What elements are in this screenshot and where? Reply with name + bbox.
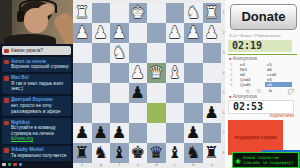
black-bishop[interactable]: ♝ <box>110 143 129 163</box>
square-b2[interactable]: ♟ <box>184 23 203 43</box>
black-king[interactable]: ♚ <box>129 143 148 163</box>
chat-toolbar-icon[interactable] <box>19 163 23 167</box>
chat-toolbar[interactable] <box>0 161 75 168</box>
square-c7[interactable] <box>166 123 185 143</box>
white-pawn[interactable]: ♟ <box>73 23 92 43</box>
left-column: Камон украла?Ангел за окномВоронин хорош… <box>0 0 73 168</box>
black-rook[interactable]: ♜ <box>203 143 222 163</box>
square-c2[interactable]: ♟ <box>166 23 185 43</box>
chat-panel[interactable]: Камон украла?Ангел за окномВоронин хорош… <box>0 44 73 162</box>
square-d3[interactable] <box>147 43 166 63</box>
square-a1[interactable]: ♜ <box>203 3 222 23</box>
square-b3[interactable] <box>184 43 203 63</box>
white-move[interactable]: Qxd6 <box>238 82 265 87</box>
white-knight[interactable]: ♞ <box>110 43 129 63</box>
chat-text: Вступайте в команду стримера на личесе l… <box>11 125 69 142</box>
square-h3[interactable] <box>73 43 92 63</box>
square-d1[interactable] <box>147 3 166 23</box>
square-e3[interactable] <box>129 43 148 63</box>
chat-text: нет, просто не хочу разговаривать в эфир… <box>11 103 69 114</box>
top-player-name[interactable]: ● Anonymous <box>229 56 257 61</box>
white-knight[interactable]: ♞ <box>184 3 203 23</box>
square-g8[interactable]: ♞ <box>92 143 111 163</box>
square-a3[interactable] <box>203 43 222 63</box>
square-e7[interactable] <box>129 123 148 143</box>
bottom-player-label: Anonymous <box>233 94 257 99</box>
board-area: ♜♚♞♜♟♟♟♟♟♟♞♟♛♝♟♟♟♟♟♟♜♞♝♚♛♝♞♜ 12345678 hg… <box>73 0 225 168</box>
white-queen[interactable]: ♛ <box>147 63 166 83</box>
square-a6[interactable]: ♟ <box>203 103 222 123</box>
black-knight[interactable]: ♞ <box>92 143 111 163</box>
black-pawn[interactable]: ♟ <box>184 123 203 143</box>
file-label-g: g <box>92 163 111 168</box>
file-label-a: a <box>203 163 222 168</box>
draw-offer-icon[interactable]: ½ <box>257 88 268 94</box>
black-pawn[interactable]: ♟ <box>203 103 222 123</box>
square-f6[interactable] <box>110 103 129 123</box>
stream-screen: Камон украла?Ангел за окномВоронин хорош… <box>0 0 300 168</box>
square-g3[interactable] <box>92 43 111 63</box>
square-a4[interactable] <box>203 63 222 83</box>
white-pawn[interactable]: ♟ <box>110 23 129 43</box>
square-b7[interactable]: ♟ <box>184 123 203 143</box>
file-label-c: c <box>166 163 185 168</box>
black-bishop[interactable]: ♝ <box>166 143 185 163</box>
game-info-text: 3+0 • Блиц • Рейтинговая <box>229 33 280 38</box>
square-d6[interactable] <box>147 103 166 123</box>
player-status-icon: ● <box>229 94 232 99</box>
chat-message: Max BolЯ так и знал ладью взял зевс:) <box>2 74 71 94</box>
white-pawn[interactable]: ♟ <box>92 23 111 43</box>
square-b4[interactable] <box>184 63 203 83</box>
subscribers-link[interactable]: подписчики <box>270 113 294 118</box>
square-h7[interactable]: ♟ <box>73 123 92 143</box>
square-a2[interactable]: ♟ <box>203 23 222 43</box>
headphones-earcup <box>17 11 24 22</box>
square-b8[interactable]: ♞ <box>184 143 203 163</box>
black-queen[interactable]: ♛ <box>147 143 166 163</box>
alert-subtitle: спасибо за поддержку! <box>243 160 294 165</box>
square-g4[interactable] <box>92 63 111 83</box>
square-e6[interactable] <box>129 103 148 123</box>
square-h6[interactable] <box>73 103 92 123</box>
chat-message: Arkadiy MerkelТа нормально получается <box>2 146 71 161</box>
chat-text: Я так и знал ладью взял зевс:) <box>11 81 69 92</box>
square-d7[interactable] <box>147 123 166 143</box>
square-c1[interactable] <box>166 3 185 23</box>
bottom-player-clock: 02:53 <box>228 100 294 114</box>
chess-board[interactable]: ♜♚♞♜♟♟♟♟♟♟♞♟♛♝♟♟♟♟♟♟♜♞♝♚♛♝♞♜ <box>73 3 221 163</box>
square-d2[interactable] <box>147 23 166 43</box>
chat-avatar-icon <box>4 148 9 153</box>
square-e2[interactable] <box>129 23 148 43</box>
white-bishop[interactable]: ♝ <box>166 63 185 83</box>
square-h4[interactable] <box>73 63 92 83</box>
webcam-video <box>0 0 73 44</box>
square-g1[interactable] <box>92 3 111 23</box>
square-d5[interactable] <box>147 83 166 103</box>
move-number: 5 <box>228 82 238 87</box>
black-knight[interactable]: ♞ <box>184 143 203 163</box>
file-label-b: b <box>184 163 203 168</box>
square-e1[interactable]: ♚ <box>129 3 148 23</box>
square-c3[interactable] <box>166 43 185 63</box>
donation-banner-text: поддержка стрима <box>234 135 276 140</box>
mouse-cursor-icon: ◤ <box>289 88 294 96</box>
chat-message: NightbotВступайте в команду стримера на … <box>2 118 71 144</box>
white-king[interactable]: ♚ <box>129 3 148 23</box>
square-g2[interactable]: ♟ <box>92 23 111 43</box>
square-c6[interactable] <box>166 103 185 123</box>
square-a7[interactable] <box>203 123 222 143</box>
alert-icon: ◉ <box>235 157 241 164</box>
right-panel: Donate 3+0 • Блиц • Рейтинговая 02:19 ● … <box>225 0 300 168</box>
streamer-torso <box>4 34 56 44</box>
active-clock-bar <box>228 54 297 56</box>
square-e8[interactable]: ♚ <box>129 143 148 163</box>
square-h2[interactable]: ♟ <box>73 23 92 43</box>
chat-toolbar-icon[interactable] <box>2 163 6 167</box>
square-h5[interactable] <box>73 83 92 103</box>
square-f3[interactable]: ♞ <box>110 43 129 63</box>
square-h1[interactable]: ♜ <box>73 3 92 23</box>
white-pawn[interactable]: ♟ <box>184 23 203 43</box>
player-status-icon: ● <box>229 56 232 61</box>
top-player-label: Anonymous <box>233 56 257 61</box>
file-coordinates: hgfedcba <box>73 163 221 168</box>
square-f7[interactable]: ♟ <box>110 123 129 143</box>
file-label-f: f <box>110 163 129 168</box>
chat-avatar-icon <box>4 60 9 65</box>
chat-text: Камон украла? <box>11 48 69 54</box>
black-pawn[interactable]: ♟ <box>92 123 111 143</box>
chat-text: Та нормально получается <box>11 153 69 159</box>
square-d4[interactable]: ♛ <box>147 63 166 83</box>
white-rook[interactable]: ♜ <box>203 3 222 23</box>
file-label-e: e <box>129 163 148 168</box>
move-list[interactable]: 1e4c52Nf3d63d4cxd44Qxd4e55Qxd6a6 <box>228 62 297 87</box>
chat-toolbar-icon[interactable] <box>13 163 17 167</box>
file-label-d: d <box>147 163 166 168</box>
top-player-clock: 02:19 <box>228 40 292 52</box>
square-g7[interactable]: ♟ <box>92 123 111 143</box>
black-pawn[interactable]: ♟ <box>110 123 129 143</box>
square-h8[interactable]: ♜ <box>73 143 92 163</box>
black-rook[interactable]: ♜ <box>73 143 92 163</box>
square-f1[interactable] <box>110 3 129 23</box>
square-c8[interactable]: ♝ <box>166 143 185 163</box>
chat-avatar-icon <box>4 49 9 54</box>
square-c5[interactable] <box>166 83 185 103</box>
white-pawn[interactable]: ♟ <box>166 23 185 43</box>
square-e5[interactable]: ♟ <box>129 83 148 103</box>
chat-avatar-icon <box>4 121 9 126</box>
black-pawn[interactable]: ♟ <box>129 83 148 103</box>
chat-avatar-icon <box>4 76 9 81</box>
square-g5[interactable] <box>92 83 111 103</box>
chat-message: Камон украла? <box>2 46 71 55</box>
donate-button[interactable]: Donate <box>230 4 297 30</box>
square-a8[interactable]: ♜ <box>203 143 222 163</box>
square-b6[interactable] <box>184 103 203 123</box>
resign-icon[interactable]: ⚑ <box>268 88 279 94</box>
square-f4[interactable] <box>110 63 129 83</box>
square-g6[interactable] <box>92 103 111 123</box>
black-move[interactable]: a6 <box>265 82 292 87</box>
square-c4[interactable]: ♝ <box>166 63 185 83</box>
bottom-player-name[interactable]: ● Anonymous <box>229 94 257 99</box>
square-b5[interactable] <box>184 83 203 103</box>
subscriber-alert-widget: ◉ Новый подписчик спасибо за поддержку! <box>232 152 299 168</box>
chat-text: Воронин хороший стример <box>11 64 69 70</box>
file-label-h: h <box>73 163 92 168</box>
white-rook[interactable]: ♜ <box>73 3 92 23</box>
square-e4[interactable]: ♟ <box>129 63 148 83</box>
chat-message: Ангел за окномВоронин хороший стример <box>2 57 71 72</box>
chat-avatar-icon <box>4 98 9 103</box>
square-a5[interactable] <box>203 83 222 103</box>
square-f2[interactable]: ♟ <box>110 23 129 43</box>
white-pawn[interactable]: ♟ <box>203 23 222 43</box>
chat-link[interactable]: lichess.org <box>11 136 33 141</box>
square-f8[interactable]: ♝ <box>110 143 129 163</box>
chat-message: Дмитрий Ворониннет, просто не хочу разго… <box>2 96 71 116</box>
black-pawn[interactable]: ♟ <box>73 123 92 143</box>
white-pawn[interactable]: ♟ <box>129 63 148 83</box>
square-d8[interactable]: ♛ <box>147 143 166 163</box>
square-f5[interactable] <box>110 83 129 103</box>
square-b1[interactable]: ♞ <box>184 3 203 23</box>
chat-toolbar-icon[interactable] <box>8 163 12 167</box>
